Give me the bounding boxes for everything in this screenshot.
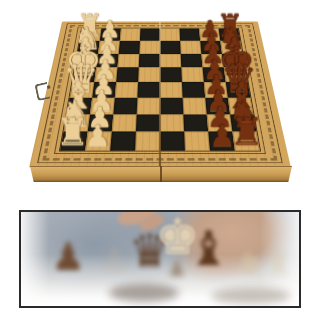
square-h8: ♜ (219, 28, 241, 40)
square-e8: ♚ (224, 67, 248, 82)
square-f5 (160, 54, 181, 68)
square-a6 (184, 132, 210, 151)
square-f2: ♟ (96, 54, 118, 68)
square-b5 (160, 114, 184, 132)
square-b4 (136, 114, 160, 132)
square-a7: ♟ (208, 132, 235, 151)
square-g8: ♞ (220, 41, 242, 54)
blurred-dark-queen: ♛ (129, 228, 170, 274)
chess-board: ♜♟♟♜♞♟♟♞♝♟♟♝♚♟♟♚♛♟♟♛♝♟♟♝♞♟♟♞♜♟♟♜ (29, 21, 291, 167)
square-d1: ♛ (70, 82, 95, 98)
square-h6 (180, 28, 201, 40)
square-g2: ♟ (98, 41, 120, 54)
square-g7: ♟ (200, 41, 222, 54)
square-c7: ♟ (205, 98, 230, 115)
square-h2: ♟ (100, 28, 121, 40)
square-d6 (182, 82, 205, 98)
square-c6 (183, 98, 207, 115)
square-f8: ♝ (222, 54, 245, 68)
square-d7: ♟ (204, 82, 228, 98)
square-a2: ♟ (85, 132, 112, 151)
square-c1: ♝ (67, 98, 93, 115)
square-f7: ♟ (201, 54, 223, 68)
product-photo-chess-set: ♜♟♟♜♞♟♟♞♝♟♟♝♚♟♟♚♛♟♟♛♝♟♟♝♞♟♟♞♜♟♟♜ (0, 0, 320, 205)
square-e4 (138, 67, 160, 82)
square-a3 (110, 132, 136, 151)
blurred-light-pawn-ghost: ♙ (101, 246, 128, 276)
square-d4 (137, 82, 160, 98)
product-listing-image: ♜♟♟♜♞♟♟♞♝♟♟♝♚♟♟♚♛♟♟♛♝♟♟♝♞♟♟♞♜♟♟♜ ♟♙♛♚♟♝♞… (0, 0, 320, 320)
square-d3 (115, 82, 138, 98)
piece-white-pawn-a2: ♟ (84, 121, 110, 150)
square-e1: ♚ (72, 67, 96, 82)
board-front-edge (30, 166, 292, 182)
square-e6 (181, 67, 204, 82)
square-h5 (160, 28, 180, 40)
square-d5 (160, 82, 183, 98)
square-g5 (160, 41, 181, 54)
piece-white-pawn-h2: ♟ (99, 17, 120, 41)
square-f4 (139, 54, 160, 68)
square-e2: ♟ (94, 67, 117, 82)
square-f1: ♝ (75, 54, 98, 68)
hand-thumb (137, 212, 166, 234)
square-e3 (116, 67, 139, 82)
square-f3 (117, 54, 139, 68)
blurred-chess-scene: ♟♙♛♚♟♝♞♜ (21, 212, 299, 306)
square-b7: ♟ (207, 114, 233, 132)
piece-black-pawn-h7: ♟ (200, 17, 221, 41)
square-c4 (137, 98, 160, 115)
square-e5 (160, 67, 182, 82)
square-a4 (135, 132, 160, 151)
piece-black-pawn-a7: ♟ (209, 121, 235, 150)
square-f6 (181, 54, 203, 68)
square-g3 (119, 41, 140, 54)
square-g4 (139, 41, 160, 54)
blurred-dark-bishop: ♝ (187, 224, 230, 272)
board-clasp-hinge-icon (34, 82, 50, 101)
blurred-white-king-held: ♚ (155, 212, 200, 262)
square-b6 (183, 114, 208, 132)
hand-finger (115, 212, 158, 229)
square-e7: ♟ (203, 67, 226, 82)
blurred-light-rook-ghost: ♜ (265, 250, 292, 280)
blurred-dark-pawn-small: ♟ (167, 258, 187, 280)
square-h3 (120, 28, 141, 40)
board-front-fold-seam (160, 166, 162, 182)
blurred-light-knight-ghost: ♞ (235, 246, 265, 280)
blurred-dark-pawn: ♟ (51, 238, 85, 276)
square-g6 (180, 41, 201, 54)
square-b2: ♟ (88, 114, 114, 132)
square-c2: ♟ (90, 98, 115, 115)
square-h1: ♜ (80, 28, 102, 40)
square-a1: ♜ (60, 132, 87, 151)
square-c3 (113, 98, 137, 115)
square-c5 (160, 98, 183, 115)
blurred-base-shadow-right (211, 288, 291, 304)
square-b3 (112, 114, 137, 132)
square-h7: ♟ (199, 28, 220, 40)
lifestyle-photo-banner: ♟♙♛♚♟♝♞♜ (19, 210, 301, 308)
square-b1: ♞ (64, 114, 90, 132)
square-d2: ♟ (92, 82, 116, 98)
square-h4 (140, 28, 160, 40)
square-c8: ♝ (228, 98, 254, 115)
blurred-base-shadow (109, 284, 179, 302)
square-b8: ♞ (230, 114, 256, 132)
square-a8: ♜ (232, 132, 259, 151)
square-g1: ♞ (77, 41, 99, 54)
square-a5 (160, 132, 185, 151)
square-d8: ♛ (226, 82, 251, 98)
